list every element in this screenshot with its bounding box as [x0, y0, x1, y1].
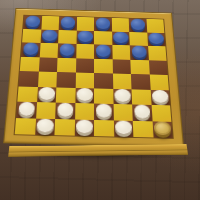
board-cell	[148, 46, 167, 61]
checker-piece-blue[interactable]	[95, 45, 110, 57]
board-cell[interactable]	[21, 42, 40, 57]
board-cell[interactable]	[35, 118, 55, 135]
board-cell	[94, 58, 112, 73]
board-cell	[112, 73, 131, 88]
board-cell	[94, 120, 114, 137]
checker-piece-white[interactable]	[96, 104, 112, 118]
board-cell[interactable]	[74, 119, 94, 136]
board-cell[interactable]	[55, 103, 75, 120]
checker-piece-white[interactable]	[38, 87, 55, 100]
board-cell	[112, 45, 130, 60]
board-cell	[149, 74, 169, 89]
board-cell[interactable]	[58, 43, 77, 58]
table-surface	[0, 0, 200, 200]
board-cell[interactable]	[19, 71, 39, 87]
checkers-board	[3, 8, 184, 147]
checker-piece-white[interactable]	[134, 105, 151, 119]
checker-piece-white[interactable]	[36, 119, 53, 133]
board-cell[interactable]	[113, 88, 132, 104]
board-cell	[37, 72, 56, 88]
board-cell	[54, 119, 74, 136]
board-cell	[130, 59, 149, 74]
board-cell	[22, 29, 41, 43]
checker-piece-blue[interactable]	[130, 19, 145, 30]
board-cell	[151, 105, 171, 121]
board-cell[interactable]	[40, 29, 59, 43]
checker-piece-blue[interactable]	[148, 33, 164, 45]
board-cell	[131, 89, 151, 105]
cast-shadow	[12, 155, 186, 161]
checker-piece-blue[interactable]	[25, 16, 41, 28]
board-cell	[111, 18, 129, 32]
board-cell[interactable]	[131, 74, 150, 89]
checker-piece-blue[interactable]	[113, 32, 128, 44]
board-cell	[113, 104, 133, 120]
board-cell	[41, 16, 59, 30]
checker-piece-blue[interactable]	[131, 46, 147, 58]
board-cell[interactable]	[56, 72, 75, 88]
board-cell	[76, 17, 94, 31]
checker-piece-white[interactable]	[57, 103, 74, 117]
board-cell[interactable]	[94, 44, 112, 59]
board-cell	[75, 103, 94, 119]
checker-piece-blue[interactable]	[78, 31, 93, 43]
board-cell[interactable]	[76, 30, 94, 44]
checker-piece-white[interactable]	[115, 120, 132, 134]
checker-piece-white[interactable]	[76, 88, 92, 101]
board-cell[interactable]	[16, 102, 37, 119]
board-cell	[129, 32, 147, 46]
board-cell[interactable]	[94, 104, 113, 120]
board-cell	[36, 102, 56, 119]
board-cell	[39, 43, 58, 58]
checker-piece-blue[interactable]	[42, 30, 58, 42]
board-cell[interactable]	[37, 87, 57, 103]
checker-piece-white[interactable]	[18, 102, 35, 116]
board-cell[interactable]	[112, 59, 131, 74]
board-cell	[15, 118, 36, 135]
checker-piece-white[interactable]	[152, 90, 169, 103]
board-cell[interactable]	[94, 17, 112, 31]
checker-piece-gold[interactable]	[154, 121, 171, 135]
board-cell	[76, 44, 94, 59]
board-cell	[133, 120, 153, 137]
board-cell[interactable]	[152, 121, 173, 138]
checker-piece-blue[interactable]	[60, 17, 75, 29]
board-cell[interactable]	[150, 89, 170, 105]
board-cell	[17, 86, 37, 102]
checker-piece-blue[interactable]	[59, 44, 75, 56]
checker-piece-blue[interactable]	[23, 43, 39, 55]
board-cell	[58, 30, 76, 44]
checker-piece-white[interactable]	[76, 119, 93, 133]
board-cell[interactable]	[147, 32, 166, 46]
board-cell[interactable]	[75, 88, 94, 104]
board-cell[interactable]	[130, 45, 149, 60]
board-cell[interactable]	[148, 60, 167, 75]
board-cell[interactable]	[23, 15, 42, 29]
board-cell[interactable]	[112, 31, 130, 45]
board-cell[interactable]	[113, 120, 133, 137]
board-cell[interactable]	[129, 18, 147, 32]
board-cell	[75, 73, 94, 88]
board-cell	[20, 56, 39, 71]
checker-piece-blue[interactable]	[95, 18, 110, 30]
board-cell[interactable]	[76, 58, 94, 73]
board-cell	[56, 87, 75, 103]
board-grid	[14, 15, 174, 139]
board-cell	[146, 19, 164, 33]
board-cell	[94, 88, 113, 104]
board-cell[interactable]	[59, 16, 77, 30]
board-cell[interactable]	[132, 104, 152, 120]
checker-piece-white[interactable]	[114, 89, 130, 102]
board-cell[interactable]	[94, 73, 113, 88]
board-cell	[94, 31, 112, 45]
board-cell	[57, 57, 76, 72]
board-cell[interactable]	[38, 57, 57, 72]
